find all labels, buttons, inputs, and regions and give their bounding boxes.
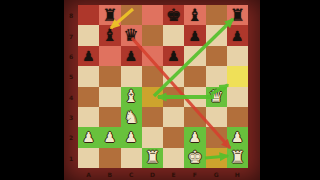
black-pawn[interactable]: ♟ bbox=[125, 49, 138, 63]
black-queen[interactable]: ♛ bbox=[124, 27, 139, 44]
square-h2[interactable]: ♟ bbox=[227, 127, 248, 147]
square-c6[interactable]: ♟ bbox=[121, 46, 142, 66]
white-pawn[interactable]: ♟ bbox=[189, 130, 202, 144]
square-e1[interactable] bbox=[163, 148, 184, 168]
square-b7[interactable]: ♝ bbox=[99, 25, 120, 45]
square-a3[interactable] bbox=[78, 107, 99, 127]
rank-label-3: 3 bbox=[69, 114, 73, 121]
square-f8[interactable]: ♝ bbox=[184, 5, 205, 25]
square-e2[interactable] bbox=[163, 127, 184, 147]
rank-label-7: 7 bbox=[69, 32, 73, 39]
chessboard: ♜♚♝♜♝♛♟♟♟♟♟♝♛♞♟♟♟♟♟♜♚♜ bbox=[78, 5, 248, 168]
square-g6[interactable] bbox=[206, 46, 227, 66]
square-a5[interactable] bbox=[78, 66, 99, 86]
white-knight[interactable]: ♞ bbox=[124, 109, 139, 126]
square-a1[interactable] bbox=[78, 148, 99, 168]
square-b2[interactable]: ♟ bbox=[99, 127, 120, 147]
square-f6[interactable] bbox=[184, 46, 205, 66]
rank-label-8: 8 bbox=[69, 12, 73, 19]
square-d5[interactable] bbox=[142, 66, 163, 86]
square-e3[interactable] bbox=[163, 107, 184, 127]
square-d8[interactable] bbox=[142, 5, 163, 25]
square-a8[interactable] bbox=[78, 5, 99, 25]
black-rook[interactable]: ♜ bbox=[102, 7, 117, 24]
black-bishop[interactable]: ♝ bbox=[102, 27, 117, 44]
square-g3[interactable] bbox=[206, 107, 227, 127]
white-bishop[interactable]: ♝ bbox=[124, 88, 139, 105]
square-e7[interactable] bbox=[163, 25, 184, 45]
square-h4[interactable] bbox=[227, 87, 248, 107]
black-pawn[interactable]: ♟ bbox=[231, 29, 244, 43]
file-label-g: G bbox=[214, 170, 219, 177]
square-d1[interactable]: ♜ bbox=[142, 148, 163, 168]
white-rook[interactable]: ♜ bbox=[145, 149, 160, 166]
square-e5[interactable] bbox=[163, 66, 184, 86]
white-pawn[interactable]: ♟ bbox=[231, 130, 244, 144]
square-g8[interactable] bbox=[206, 5, 227, 25]
square-a2[interactable]: ♟ bbox=[78, 127, 99, 147]
square-f1[interactable]: ♚ bbox=[184, 148, 205, 168]
white-pawn[interactable]: ♟ bbox=[82, 130, 95, 144]
black-king[interactable]: ♚ bbox=[166, 7, 181, 24]
black-rook[interactable]: ♜ bbox=[230, 7, 245, 24]
square-g7[interactable] bbox=[206, 25, 227, 45]
black-pawn[interactable]: ♟ bbox=[82, 49, 95, 63]
square-h7[interactable]: ♟ bbox=[227, 25, 248, 45]
square-c7[interactable]: ♛ bbox=[121, 25, 142, 45]
square-e8[interactable]: ♚ bbox=[163, 5, 184, 25]
square-c2[interactable]: ♟ bbox=[121, 127, 142, 147]
square-b1[interactable] bbox=[99, 148, 120, 168]
square-b4[interactable] bbox=[99, 87, 120, 107]
square-f2[interactable]: ♟ bbox=[184, 127, 205, 147]
square-e4[interactable] bbox=[163, 87, 184, 107]
square-a7[interactable] bbox=[78, 25, 99, 45]
square-a4[interactable] bbox=[78, 87, 99, 107]
white-pawn[interactable]: ♟ bbox=[104, 130, 117, 144]
white-rook[interactable]: ♜ bbox=[230, 149, 245, 166]
square-b8[interactable]: ♜ bbox=[99, 5, 120, 25]
square-b3[interactable] bbox=[99, 107, 120, 127]
square-g5[interactable] bbox=[206, 66, 227, 86]
square-d7[interactable] bbox=[142, 25, 163, 45]
rank-label-2: 2 bbox=[69, 134, 73, 141]
square-f5[interactable] bbox=[184, 66, 205, 86]
square-f7[interactable]: ♟ bbox=[184, 25, 205, 45]
file-label-h: H bbox=[235, 170, 240, 177]
file-label-d: D bbox=[150, 170, 155, 177]
square-f3[interactable] bbox=[184, 107, 205, 127]
rank-label-4: 4 bbox=[69, 93, 73, 100]
white-pawn[interactable]: ♟ bbox=[125, 130, 138, 144]
square-a6[interactable]: ♟ bbox=[78, 46, 99, 66]
white-queen[interactable]: ♛ bbox=[209, 88, 224, 105]
file-label-c: C bbox=[129, 170, 133, 177]
square-c8[interactable] bbox=[121, 5, 142, 25]
square-b5[interactable] bbox=[99, 66, 120, 86]
square-g1[interactable] bbox=[206, 148, 227, 168]
square-h3[interactable] bbox=[227, 107, 248, 127]
square-g2[interactable] bbox=[206, 127, 227, 147]
square-h6[interactable] bbox=[227, 46, 248, 66]
square-f4[interactable] bbox=[184, 87, 205, 107]
black-bishop[interactable]: ♝ bbox=[187, 7, 202, 24]
black-pawn[interactable]: ♟ bbox=[167, 49, 180, 63]
rank-label-5: 5 bbox=[69, 73, 73, 80]
square-b6[interactable] bbox=[99, 46, 120, 66]
square-c5[interactable] bbox=[121, 66, 142, 86]
black-pawn[interactable]: ♟ bbox=[189, 29, 202, 43]
square-h8[interactable]: ♜ bbox=[227, 5, 248, 25]
square-d4[interactable] bbox=[142, 87, 163, 107]
rank-label-6: 6 bbox=[69, 52, 73, 59]
file-label-a: A bbox=[86, 170, 91, 177]
square-h1[interactable]: ♜ bbox=[227, 148, 248, 168]
square-c4[interactable]: ♝ bbox=[121, 87, 142, 107]
square-e6[interactable]: ♟ bbox=[163, 46, 184, 66]
square-d3[interactable] bbox=[142, 107, 163, 127]
file-label-b: B bbox=[108, 170, 113, 177]
file-label-e: E bbox=[172, 170, 176, 177]
rank-label-1: 1 bbox=[69, 154, 73, 161]
white-king[interactable]: ♚ bbox=[187, 149, 202, 166]
file-label-f: F bbox=[193, 170, 197, 177]
square-c1[interactable] bbox=[121, 148, 142, 168]
square-d6[interactable] bbox=[142, 46, 163, 66]
square-h5[interactable] bbox=[227, 66, 248, 86]
square-d2[interactable] bbox=[142, 127, 163, 147]
square-g4[interactable]: ♛ bbox=[206, 87, 227, 107]
square-c3[interactable]: ♞ bbox=[121, 107, 142, 127]
